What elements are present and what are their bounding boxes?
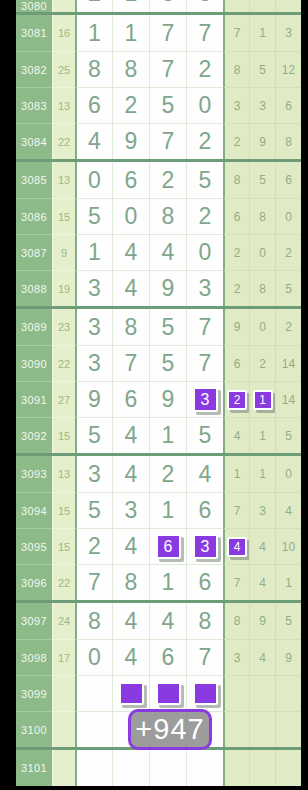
digit-value: 7 xyxy=(199,22,212,45)
stat-value: 8 xyxy=(234,63,241,77)
row-3095: 30951524634410 xyxy=(16,528,301,564)
digit-value: 3 xyxy=(199,277,212,300)
cell-digit-2: 4 xyxy=(112,456,149,492)
digit-value: 2 xyxy=(199,58,212,81)
cell-digit-4: 0 xyxy=(186,87,223,123)
row-3098: 3098170467349 xyxy=(16,639,301,675)
cell-stat-1 xyxy=(223,675,249,711)
sum-label: 23 xyxy=(58,321,70,333)
row-3084: 3084224972298 xyxy=(16,123,301,159)
cell-digit-2: 4 xyxy=(112,528,149,564)
cell-digit-3: 5 xyxy=(149,345,186,381)
digit-value: 4 xyxy=(125,277,138,300)
cell-sum: 23 xyxy=(52,309,75,345)
stat-value: 4 xyxy=(259,576,266,590)
cell-stat-3 xyxy=(275,675,301,711)
cell-digit-4: 8 xyxy=(186,603,223,639)
stat-value: 9 xyxy=(234,320,241,334)
digit-value: 7 xyxy=(162,130,175,153)
draw-number-label: 3098 xyxy=(21,652,47,664)
draw-number-label: 3088 xyxy=(21,283,47,295)
row-3101: 3101 xyxy=(16,747,301,786)
cell-stat-2 xyxy=(249,711,275,747)
cell-digit-1: 6 xyxy=(75,87,112,123)
cell-digit-1: 4 xyxy=(75,123,112,159)
row-3092: 3092155415415 xyxy=(16,417,301,453)
stat-value: 4 xyxy=(259,540,266,554)
cell-digit-2: 7 xyxy=(112,345,149,381)
draw-number-label: 3091 xyxy=(21,394,47,406)
digit-value: 3 xyxy=(199,0,212,5)
cell-digit-2: 3 xyxy=(112,492,149,528)
draw-number-label: 3093 xyxy=(21,468,47,480)
cell-draw-number: 3084 xyxy=(16,123,52,159)
cell-stat-3 xyxy=(275,711,301,747)
cell-digit-3: 1 xyxy=(149,564,186,600)
cell-stat-3: 5 xyxy=(275,417,301,453)
hidden-pick-square[interactable] xyxy=(193,682,218,705)
cell-digit-2: 9 xyxy=(112,123,149,159)
cell-sum: 24 xyxy=(52,603,75,639)
cell-digit-1: 1 xyxy=(75,234,112,270)
digit-value: 1 xyxy=(162,424,175,447)
draw-number-label: 3099 xyxy=(21,688,47,700)
cell-sum: 22 xyxy=(52,123,75,159)
cell-stat-2: 3 xyxy=(249,87,275,123)
row-3081: 3081161177713 xyxy=(16,12,301,51)
cell-stat-3: 12 xyxy=(275,51,301,87)
cell-digit-1 xyxy=(75,711,112,747)
cell-sum: 13 xyxy=(52,456,75,492)
digit-value: 5 xyxy=(162,94,175,117)
cell-stat-3: 8 xyxy=(275,123,301,159)
cell-digit-4: 7 xyxy=(186,15,223,51)
row-3097: 3097248448895 xyxy=(16,600,301,639)
cell-stat-3: 5 xyxy=(275,270,301,306)
sum-label: 15 xyxy=(58,430,70,442)
cell-digit-1: 5 xyxy=(75,492,112,528)
cell-sum: 22 xyxy=(52,345,75,381)
digit-value: 9 xyxy=(88,388,101,411)
cell-sum: 17 xyxy=(52,639,75,675)
cell-digit-1 xyxy=(75,675,112,711)
digit-value: 7 xyxy=(88,571,101,594)
cell-draw-number: 3099 xyxy=(16,675,52,711)
stat-value: 6 xyxy=(285,173,292,187)
stat-value: 3 xyxy=(234,99,241,113)
cell-stat-3: 1 xyxy=(275,564,301,600)
row-3096: 3096227816741 xyxy=(16,564,301,600)
highlighted-stat: 1 xyxy=(253,390,273,410)
cell-digit-3: 7 xyxy=(149,123,186,159)
cell-stat-1 xyxy=(223,0,249,12)
cell-digit-1: 9 xyxy=(75,381,112,417)
stat-value: 3 xyxy=(285,26,292,40)
draw-number-label: 3095 xyxy=(21,541,47,553)
cell-digit-4: 2 xyxy=(186,51,223,87)
stat-value: 5 xyxy=(285,614,292,628)
digit-value: 9 xyxy=(162,388,175,411)
highlighted-stat: 4 xyxy=(227,537,247,557)
stat-value: 2 xyxy=(259,357,266,371)
cell-stat-2: 4 xyxy=(249,639,275,675)
cell-draw-number: 3083 xyxy=(16,87,52,123)
digit-value: 3 xyxy=(88,277,101,300)
digit-value: 2 xyxy=(162,463,175,486)
stat-value: 4 xyxy=(234,429,241,443)
digit-value: 4 xyxy=(125,463,138,486)
cell-digit-4: 5 xyxy=(186,162,223,198)
stat-value: 0 xyxy=(285,467,292,481)
sum-label: 13 xyxy=(58,468,70,480)
digit-value: 6 xyxy=(199,499,212,522)
cell-stat-1: 6 xyxy=(223,198,249,234)
digit-value: 1 xyxy=(88,241,101,264)
stat-value: 8 xyxy=(259,210,266,224)
digit-value: 6 xyxy=(88,94,101,117)
draw-number-label: 3097 xyxy=(21,615,47,627)
digit-value: 6 xyxy=(162,646,175,669)
digit-value: 7 xyxy=(199,646,212,669)
cell-draw-number: 3080 xyxy=(16,0,52,12)
cell-stat-2: 4 xyxy=(249,564,275,600)
cell-digit-3: 2 xyxy=(149,162,186,198)
stat-value: 14 xyxy=(282,357,295,371)
cell-digit-1: 2 xyxy=(75,0,112,12)
cell-digit-1 xyxy=(75,750,112,786)
cell-draw-number: 3098 xyxy=(16,639,52,675)
cell-digit-3: 8 xyxy=(149,198,186,234)
cell-sum: 16 xyxy=(52,15,75,51)
digit-value: 4 xyxy=(125,610,138,633)
cell-stat-1: 1 xyxy=(223,456,249,492)
digit-value: 5 xyxy=(199,424,212,447)
cell-stat-2: 5 xyxy=(249,51,275,87)
cell-stat-1: 2 xyxy=(223,123,249,159)
cell-digit-1: 8 xyxy=(75,603,112,639)
cell-digit-3: 3 xyxy=(149,0,186,12)
cell-digit-4: 7 xyxy=(186,639,223,675)
draw-number-label: 3080 xyxy=(21,0,47,12)
digit-value: 8 xyxy=(162,205,175,228)
digit-value: 3 xyxy=(125,499,138,522)
digit-value: 6 xyxy=(199,571,212,594)
draw-number-label: 3084 xyxy=(21,136,47,148)
stat-value: 7 xyxy=(234,26,241,40)
sum-label: 19 xyxy=(58,283,70,295)
cell-stat-2: 1 xyxy=(249,456,275,492)
sum-label: 16 xyxy=(58,27,70,39)
row-3099: 3099 xyxy=(16,675,301,711)
stat-value: 2 xyxy=(285,246,292,260)
cell-digit-3 xyxy=(149,675,186,711)
draw-number-label: 3090 xyxy=(21,358,47,370)
cell-draw-number: 3085 xyxy=(16,162,52,198)
cell-stat-2: 1 xyxy=(249,381,275,417)
stat-value: 10 xyxy=(282,540,295,554)
cell-digit-2 xyxy=(112,750,149,786)
cell-sum: 15 xyxy=(52,198,75,234)
digit-value: 1 xyxy=(88,22,101,45)
stat-value: 9 xyxy=(259,614,266,628)
stat-value: 8 xyxy=(234,614,241,628)
stat-value: 9 xyxy=(285,651,292,665)
stat-value: 8 xyxy=(234,173,241,187)
digit-value: 4 xyxy=(162,241,175,264)
digit-value: 3 xyxy=(162,0,175,5)
cell-digit-3 xyxy=(149,750,186,786)
row-3094: 3094155316734 xyxy=(16,492,301,528)
row-3082: 30822588728512 xyxy=(16,51,301,87)
cell-stat-1: 3 xyxy=(223,639,249,675)
stat-value: 0 xyxy=(259,320,266,334)
cell-stat-1: 7 xyxy=(223,564,249,600)
cell-digit-1: 0 xyxy=(75,639,112,675)
sum-label: 13 xyxy=(58,100,70,112)
digit-value: 2 xyxy=(88,0,101,5)
cell-draw-number: 3089 xyxy=(16,309,52,345)
cell-stat-1 xyxy=(223,711,249,747)
digit-value: 3 xyxy=(88,463,101,486)
digit-value: 3 xyxy=(88,316,101,339)
cell-digit-1: 7 xyxy=(75,564,112,600)
cell-draw-number: 3092 xyxy=(16,417,52,453)
digit-value: 0 xyxy=(88,646,101,669)
digit-value: 5 xyxy=(88,424,101,447)
sum-label: 17 xyxy=(58,652,70,664)
cell-digit-4: 5 xyxy=(186,417,223,453)
cell-digit-2: 8 xyxy=(112,309,149,345)
cell-draw-number: 3096 xyxy=(16,564,52,600)
highlighted-stat: 2 xyxy=(227,390,247,410)
digit-value: 6 xyxy=(125,169,138,192)
digit-value: 4 xyxy=(125,424,138,447)
stat-value: 5 xyxy=(285,429,292,443)
row-3080: 30802133 xyxy=(16,0,301,12)
cell-digit-3: 5 xyxy=(149,309,186,345)
cell-draw-number: 3091 xyxy=(16,381,52,417)
stat-value: 0 xyxy=(285,210,292,224)
cell-digit-2: 6 xyxy=(112,162,149,198)
sum-label: 24 xyxy=(58,615,70,627)
cell-digit-3: 1 xyxy=(149,417,186,453)
digit-value: 8 xyxy=(125,58,138,81)
row-3091: 30912796932114 xyxy=(16,381,301,417)
cell-draw-number: 3094 xyxy=(16,492,52,528)
digit-value: 8 xyxy=(125,571,138,594)
stat-value: 3 xyxy=(234,651,241,665)
stat-value: 3 xyxy=(259,504,266,518)
stat-value: 14 xyxy=(282,393,295,407)
cell-stat-3: 0 xyxy=(275,456,301,492)
cell-draw-number: 3088 xyxy=(16,270,52,306)
cell-digit-3: 6 xyxy=(149,528,186,564)
digit-value: 7 xyxy=(199,316,212,339)
digit-value: 7 xyxy=(162,58,175,81)
cell-digit-2: 2 xyxy=(112,87,149,123)
digit-value: 7 xyxy=(162,22,175,45)
stat-value: 5 xyxy=(259,173,266,187)
digit-value: 5 xyxy=(162,316,175,339)
draw-number-label: 3082 xyxy=(21,64,47,76)
sum-label: 15 xyxy=(58,505,70,517)
cell-stat-1: 8 xyxy=(223,603,249,639)
cell-digit-3: 5 xyxy=(149,87,186,123)
digit-value: 4 xyxy=(125,241,138,264)
cell-digit-4: 7 xyxy=(186,309,223,345)
stat-value: 1 xyxy=(259,429,266,443)
cell-stat-3: 10 xyxy=(275,528,301,564)
cell-digit-2: 4 xyxy=(112,639,149,675)
digit-value: 4 xyxy=(125,646,138,669)
cell-sum xyxy=(52,0,75,12)
stat-value: 2 xyxy=(234,135,241,149)
digit-value: 1 xyxy=(125,22,138,45)
cell-digit-1: 0 xyxy=(75,162,112,198)
stat-value: 4 xyxy=(259,651,266,665)
score-badge-label: +947 xyxy=(135,713,204,746)
cell-stat-3: 2 xyxy=(275,309,301,345)
cell-digit-4: 0 xyxy=(186,234,223,270)
cell-stat-2: 1 xyxy=(249,15,275,51)
stat-value: 6 xyxy=(285,99,292,113)
highlighted-digit: 3 xyxy=(193,534,218,559)
cell-draw-number: 3097 xyxy=(16,603,52,639)
cell-draw-number: 3095 xyxy=(16,528,52,564)
cell-stat-3: 4 xyxy=(275,492,301,528)
digit-value: 4 xyxy=(125,535,138,558)
cell-digit-1: 5 xyxy=(75,417,112,453)
cell-sum: 9 xyxy=(52,234,75,270)
cell-stat-2 xyxy=(249,675,275,711)
cell-sum xyxy=(52,750,75,786)
draw-number-label: 3086 xyxy=(21,211,47,223)
cell-stat-2: 0 xyxy=(249,234,275,270)
hidden-pick-square[interactable] xyxy=(156,682,181,705)
stat-value: 8 xyxy=(259,282,266,296)
cell-draw-number: 3100 xyxy=(16,711,52,747)
digit-value: 2 xyxy=(88,535,101,558)
digit-value: 5 xyxy=(162,352,175,375)
cell-stat-2: 9 xyxy=(249,123,275,159)
digit-value: 7 xyxy=(125,352,138,375)
cell-digit-2: 6 xyxy=(112,381,149,417)
cell-digit-4 xyxy=(186,750,223,786)
digit-value: 0 xyxy=(125,205,138,228)
cell-digit-1: 1 xyxy=(75,15,112,51)
draw-number-label: 3081 xyxy=(21,27,47,39)
cell-stat-3 xyxy=(275,0,301,12)
stat-value: 2 xyxy=(234,246,241,260)
digit-value: 5 xyxy=(199,169,212,192)
digit-value: 8 xyxy=(199,610,212,633)
cell-digit-1: 3 xyxy=(75,309,112,345)
cell-stat-2: 2 xyxy=(249,345,275,381)
row-3100: 3100+947 xyxy=(16,711,301,747)
digit-value: 9 xyxy=(125,130,138,153)
cell-stat-2: 5 xyxy=(249,162,275,198)
cell-stat-3: 6 xyxy=(275,162,301,198)
cell-digit-3: 7 xyxy=(149,51,186,87)
digit-value: 1 xyxy=(125,0,138,5)
cell-digit-2: 8 xyxy=(112,51,149,87)
digit-value: 5 xyxy=(88,205,101,228)
cell-digit-2: 4 xyxy=(112,417,149,453)
digit-value: 6 xyxy=(125,388,138,411)
cell-stat-1: 8 xyxy=(223,51,249,87)
stat-value: 1 xyxy=(285,576,292,590)
digit-value: 0 xyxy=(199,241,212,264)
cell-digit-2: 4 xyxy=(112,234,149,270)
digit-value: 8 xyxy=(125,316,138,339)
cell-digit-4: 6 xyxy=(186,492,223,528)
draw-number-label: 3085 xyxy=(21,174,47,186)
cell-digit-2 xyxy=(112,675,149,711)
cell-digit-4: 2 xyxy=(186,123,223,159)
draw-number-label: 3101 xyxy=(21,762,47,774)
cell-digit-3: 4 xyxy=(149,234,186,270)
stat-value: 1 xyxy=(259,467,266,481)
stat-value: 0 xyxy=(259,246,266,260)
stat-value: 7 xyxy=(234,576,241,590)
highlighted-digit: 3 xyxy=(193,387,218,412)
cell-stat-1: 2 xyxy=(223,381,249,417)
cell-digit-1: 3 xyxy=(75,270,112,306)
digit-value: 4 xyxy=(162,610,175,633)
draw-number-label: 3094 xyxy=(21,505,47,517)
cell-stat-1: 2 xyxy=(223,270,249,306)
cell-digit-4: 3 xyxy=(186,528,223,564)
stat-value: 5 xyxy=(285,282,292,296)
digit-value: 2 xyxy=(125,94,138,117)
sum-label: 22 xyxy=(58,358,70,370)
draw-number-label: 3096 xyxy=(21,577,47,589)
cell-digit-1: 2 xyxy=(75,528,112,564)
cell-digit-2: 4 xyxy=(112,603,149,639)
sum-label: 15 xyxy=(58,211,70,223)
cell-stat-1 xyxy=(223,750,249,786)
digit-value: 4 xyxy=(199,463,212,486)
cell-sum: 15 xyxy=(52,528,75,564)
cell-stat-2: 4 xyxy=(249,528,275,564)
cell-stat-1: 8 xyxy=(223,162,249,198)
cell-digit-3: 9 xyxy=(149,381,186,417)
cell-draw-number: 3087 xyxy=(16,234,52,270)
digit-value: 2 xyxy=(199,205,212,228)
digit-value: 3 xyxy=(88,352,101,375)
row-3083: 3083136250336 xyxy=(16,87,301,123)
hidden-pick-square[interactable] xyxy=(119,682,144,705)
row-3085: 3085130625856 xyxy=(16,159,301,198)
sum-label: 9 xyxy=(61,247,67,259)
stat-value: 4 xyxy=(285,504,292,518)
draw-number-label: 3100 xyxy=(21,724,47,736)
cell-digit-4: 7 xyxy=(186,345,223,381)
cell-digit-4: 6 xyxy=(186,564,223,600)
digit-value: 1 xyxy=(162,499,175,522)
cell-stat-1: 9 xyxy=(223,309,249,345)
stat-value: 6 xyxy=(234,357,241,371)
cell-digit-4: 3 xyxy=(186,0,223,12)
row-3089: 3089233857902 xyxy=(16,306,301,345)
cell-sum: 13 xyxy=(52,162,75,198)
cell-stat-1: 2 xyxy=(223,234,249,270)
cell-stat-1: 4 xyxy=(223,528,249,564)
cell-digit-1: 8 xyxy=(75,51,112,87)
sum-label: 22 xyxy=(58,136,70,148)
draw-number-label: 3083 xyxy=(21,100,47,112)
digit-value: 5 xyxy=(88,499,101,522)
